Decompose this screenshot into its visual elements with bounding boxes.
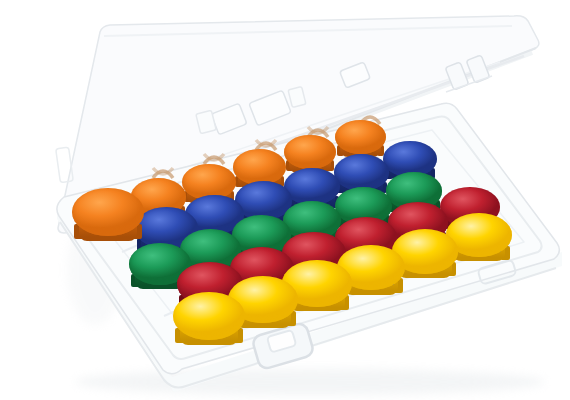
magnet-cap bbox=[335, 120, 386, 154]
magnet-yellow bbox=[169, 288, 249, 352]
magnet-case-photo bbox=[0, 0, 570, 400]
magnet-cap bbox=[72, 188, 144, 237]
magnet-grid bbox=[0, 0, 570, 400]
magnet-cap bbox=[173, 292, 245, 340]
